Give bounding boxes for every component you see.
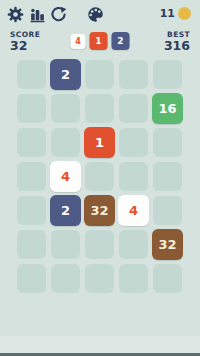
grid-cell[interactable] bbox=[17, 60, 46, 89]
grid-cell[interactable] bbox=[17, 162, 46, 191]
grid-cell[interactable] bbox=[17, 264, 46, 293]
tile-2: 2 bbox=[50, 195, 81, 226]
tile-32: 32 bbox=[84, 195, 115, 226]
grid-cell[interactable] bbox=[153, 128, 182, 157]
grid-cell[interactable] bbox=[119, 264, 148, 293]
queue-tile-4: 4 bbox=[71, 34, 86, 49]
grid-cell[interactable] bbox=[17, 94, 46, 123]
grid-cell[interactable] bbox=[119, 230, 148, 259]
score-panel: SCORE 32 bbox=[10, 30, 40, 52]
grid-cell[interactable] bbox=[153, 264, 182, 293]
grid-cell[interactable] bbox=[17, 230, 46, 259]
tile-4: 4 bbox=[118, 195, 149, 226]
grid-cell[interactable] bbox=[119, 94, 148, 123]
grid-cell[interactable] bbox=[85, 60, 114, 89]
grid-cell[interactable]: 4 bbox=[51, 162, 80, 191]
queue-tile-1: 1 bbox=[90, 32, 108, 50]
coin-icon bbox=[178, 7, 191, 20]
grid-cell[interactable] bbox=[119, 162, 148, 191]
queue-tile-2: 2 bbox=[112, 32, 130, 50]
best-panel: BEST 316 bbox=[164, 30, 190, 52]
grid-cell[interactable] bbox=[153, 60, 182, 89]
grid-cell[interactable] bbox=[85, 94, 114, 123]
stats-chart-icon bbox=[29, 6, 46, 23]
board-grid: 21614232432 bbox=[17, 60, 182, 293]
tile-16: 16 bbox=[152, 93, 183, 124]
bottom-band bbox=[0, 336, 200, 353]
palette-button[interactable] bbox=[87, 6, 104, 23]
grid-cell[interactable] bbox=[85, 230, 114, 259]
grid-cell[interactable]: 32 bbox=[85, 196, 114, 225]
queue: 412 bbox=[71, 31, 130, 51]
best-value: 316 bbox=[164, 39, 190, 52]
grid-cell[interactable] bbox=[51, 128, 80, 157]
tile-1: 1 bbox=[84, 127, 115, 158]
grid-cell[interactable]: 4 bbox=[119, 196, 148, 225]
grid-cell[interactable]: 32 bbox=[153, 230, 182, 259]
grid-cell[interactable] bbox=[153, 196, 182, 225]
grid-cell[interactable] bbox=[51, 264, 80, 293]
grid-cell[interactable] bbox=[85, 264, 114, 293]
grid-cell[interactable] bbox=[17, 196, 46, 225]
refresh-icon bbox=[50, 6, 67, 23]
grid-cell[interactable]: 16 bbox=[153, 94, 182, 123]
grid-cell[interactable] bbox=[119, 60, 148, 89]
coin-count: 11 bbox=[160, 7, 175, 20]
game-screen: 11 SCORE 32 412 BEST 316 21614232432 bbox=[0, 0, 200, 356]
grid-cell[interactable] bbox=[85, 162, 114, 191]
grid-cell[interactable] bbox=[153, 162, 182, 191]
stats-button[interactable] bbox=[29, 6, 46, 23]
grid-cell[interactable]: 2 bbox=[51, 196, 80, 225]
grid-cell[interactable] bbox=[17, 128, 46, 157]
settings-button[interactable] bbox=[7, 6, 24, 23]
grid-cell[interactable] bbox=[51, 230, 80, 259]
palette-icon bbox=[87, 6, 104, 23]
grid-cell[interactable]: 1 bbox=[85, 128, 114, 157]
top-icon-bar: 11 bbox=[0, 0, 200, 28]
tile-2: 2 bbox=[50, 59, 81, 90]
tile-32: 32 bbox=[152, 229, 183, 260]
grid-cell[interactable] bbox=[119, 128, 148, 157]
gear-icon bbox=[7, 6, 24, 23]
restart-button[interactable] bbox=[50, 6, 67, 23]
grid-cell[interactable]: 2 bbox=[51, 60, 80, 89]
score-value: 32 bbox=[10, 39, 40, 52]
tile-4: 4 bbox=[50, 161, 81, 192]
grid-cell[interactable] bbox=[51, 94, 80, 123]
coin-counter: 11 bbox=[160, 7, 191, 20]
